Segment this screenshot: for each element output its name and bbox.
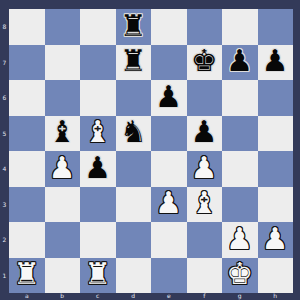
square-g5[interactable] [222,116,258,152]
rank-label-7: 7 [0,45,9,81]
square-d7[interactable]: ♜ [116,45,152,81]
square-h4[interactable] [258,151,294,187]
piece-white-pawn-b4[interactable]: ♟ [49,153,76,183]
square-g2[interactable]: ♟ [222,222,258,258]
square-h1[interactable] [258,258,294,294]
piece-white-bishop-f3[interactable]: ♝ [191,188,218,218]
square-a8[interactable] [9,9,45,45]
square-e3[interactable]: ♟ [151,187,187,223]
square-g6[interactable] [222,80,258,116]
square-e7[interactable] [151,45,187,81]
square-f5[interactable]: ♟ [187,116,223,152]
square-b8[interactable] [45,9,81,45]
square-a7[interactable] [9,45,45,81]
piece-black-knight-d5[interactable]: ♞ [120,117,147,147]
square-g7[interactable]: ♟ [222,45,258,81]
piece-black-rook-d7[interactable]: ♜ [120,46,147,76]
file-label-g: g [222,291,258,300]
square-b1[interactable] [45,258,81,294]
file-label-e: e [151,291,187,300]
square-f7[interactable]: ♚ [187,45,223,81]
piece-white-bishop-c5[interactable]: ♝ [84,117,111,147]
piece-white-pawn-h2[interactable]: ♟ [262,224,289,254]
square-h2[interactable]: ♟ [258,222,294,258]
square-d1[interactable] [116,258,152,294]
piece-white-pawn-f4[interactable]: ♟ [191,153,218,183]
square-a3[interactable] [9,187,45,223]
square-e8[interactable] [151,9,187,45]
square-c5[interactable]: ♝ [80,116,116,152]
rank-label-6: 6 [0,80,9,116]
piece-black-pawn-e6[interactable]: ♟ [155,82,182,112]
square-b3[interactable] [45,187,81,223]
square-b7[interactable] [45,45,81,81]
square-f4[interactable]: ♟ [187,151,223,187]
square-g8[interactable] [222,9,258,45]
square-g3[interactable] [222,187,258,223]
square-c3[interactable] [80,187,116,223]
square-h3[interactable] [258,187,294,223]
square-d4[interactable] [116,151,152,187]
piece-white-pawn-e3[interactable]: ♟ [155,188,182,218]
square-h8[interactable] [258,9,294,45]
square-d8[interactable]: ♜ [116,9,152,45]
square-d5[interactable]: ♞ [116,116,152,152]
rank-label-3: 3 [0,187,9,223]
square-a6[interactable] [9,80,45,116]
piece-white-king-g1[interactable]: ♚ [226,259,253,289]
piece-black-pawn-f5[interactable]: ♟ [191,117,218,147]
square-a4[interactable] [9,151,45,187]
square-e4[interactable] [151,151,187,187]
file-label-f: f [187,291,223,300]
square-d2[interactable] [116,222,152,258]
file-label-c: c [80,291,116,300]
piece-black-pawn-g7[interactable]: ♟ [226,46,253,76]
square-f3[interactable]: ♝ [187,187,223,223]
square-d3[interactable] [116,187,152,223]
square-f6[interactable] [187,80,223,116]
piece-white-rook-c1[interactable]: ♜ [84,259,111,289]
square-c8[interactable] [80,9,116,45]
square-e1[interactable] [151,258,187,294]
square-h6[interactable] [258,80,294,116]
square-h7[interactable]: ♟ [258,45,294,81]
rank-label-4: 4 [0,151,9,187]
square-b5[interactable]: ♝ [45,116,81,152]
square-a1[interactable]: ♜ [9,258,45,294]
file-label-d: d [116,291,152,300]
square-c6[interactable] [80,80,116,116]
square-e5[interactable] [151,116,187,152]
square-c2[interactable] [80,222,116,258]
square-b2[interactable] [45,222,81,258]
square-d6[interactable] [116,80,152,116]
piece-black-pawn-c4[interactable]: ♟ [84,153,111,183]
piece-black-king-f7[interactable]: ♚ [191,46,218,76]
piece-black-bishop-b5[interactable]: ♝ [49,117,76,147]
square-e6[interactable]: ♟ [151,80,187,116]
chess-board-window: ♜♜♚♟♟♟♝♝♞♟♟♟♟♟♝♟♟♜♜♚ 87654321 abcdefgh [0,0,300,300]
rank-label-5: 5 [0,116,9,152]
file-label-b: b [45,291,81,300]
piece-black-pawn-h7[interactable]: ♟ [262,46,289,76]
file-label-h: h [258,291,294,300]
piece-white-pawn-g2[interactable]: ♟ [226,224,253,254]
piece-black-rook-d8[interactable]: ♜ [120,11,147,41]
square-c1[interactable]: ♜ [80,258,116,294]
square-a5[interactable] [9,116,45,152]
board: ♜♜♚♟♟♟♝♝♞♟♟♟♟♟♝♟♟♜♜♚ [9,9,293,293]
square-f1[interactable] [187,258,223,294]
square-f2[interactable] [187,222,223,258]
square-g4[interactable] [222,151,258,187]
rank-label-1: 1 [0,258,9,294]
square-c4[interactable]: ♟ [80,151,116,187]
square-e2[interactable] [151,222,187,258]
rank-label-2: 2 [0,222,9,258]
square-g1[interactable]: ♚ [222,258,258,294]
square-a2[interactable] [9,222,45,258]
square-c7[interactable] [80,45,116,81]
piece-white-rook-a1[interactable]: ♜ [13,259,40,289]
file-labels: abcdefgh [9,291,293,300]
square-h5[interactable] [258,116,294,152]
square-f8[interactable] [187,9,223,45]
square-b4[interactable]: ♟ [45,151,81,187]
rank-labels: 87654321 [0,9,9,293]
square-b6[interactable] [45,80,81,116]
file-label-a: a [9,291,45,300]
rank-label-8: 8 [0,9,9,45]
